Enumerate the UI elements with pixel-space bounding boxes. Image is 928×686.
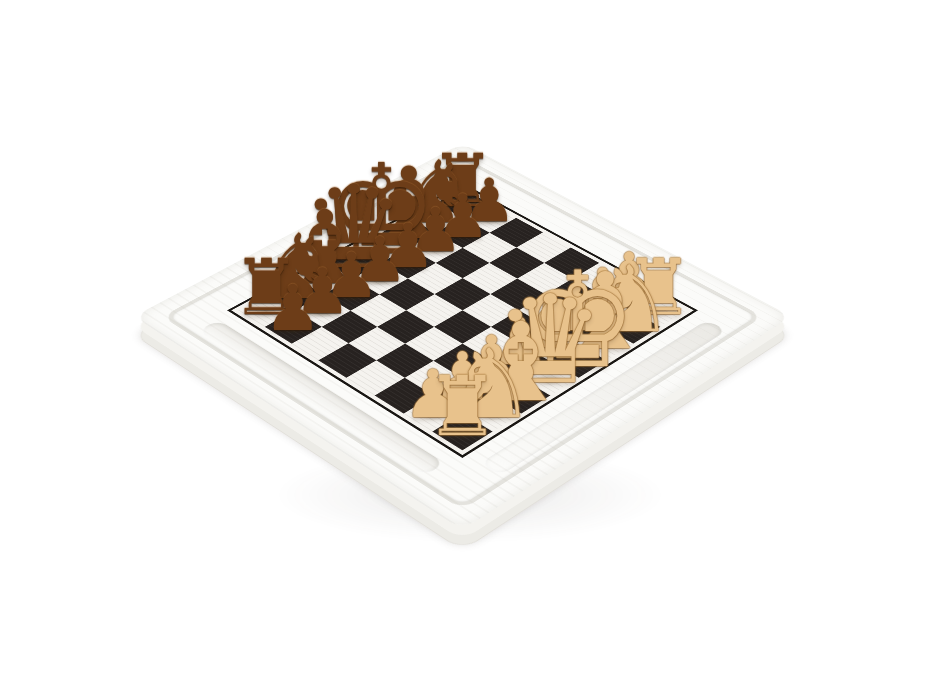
product-photo-stage: ♜♟♟♜♞♟♟♞♝♟♟♝♚♟♟♚♛♟♟♛♝♟♟♝♞♟♟♞♜♟♟♜ (0, 0, 928, 686)
square-d2[interactable] (491, 343, 549, 377)
square-c3[interactable] (434, 343, 492, 377)
chess-board (134, 143, 792, 530)
square-a4[interactable] (346, 360, 404, 395)
board-grid (238, 189, 686, 451)
square-c2[interactable] (462, 360, 520, 395)
square-b3[interactable] (404, 360, 462, 395)
square-a6[interactable] (291, 327, 348, 361)
square-a2[interactable] (403, 395, 462, 431)
square-a5[interactable] (319, 343, 377, 377)
square-d3[interactable] (462, 327, 519, 361)
playing-field (227, 183, 698, 458)
square-a3[interactable] (375, 378, 434, 414)
square-a1[interactable] (433, 413, 493, 450)
square-b2[interactable] (433, 378, 492, 414)
board-surface (134, 143, 792, 530)
square-b5[interactable] (348, 327, 405, 361)
square-d1[interactable] (521, 360, 579, 395)
square-e1[interactable] (549, 343, 607, 377)
perspective-scene (0, 0, 928, 686)
square-b4[interactable] (376, 343, 434, 377)
square-b1[interactable] (462, 395, 521, 431)
square-e2[interactable] (520, 327, 577, 361)
square-c4[interactable] (405, 327, 462, 361)
square-c1[interactable] (492, 378, 551, 414)
square-f1[interactable] (577, 327, 634, 361)
